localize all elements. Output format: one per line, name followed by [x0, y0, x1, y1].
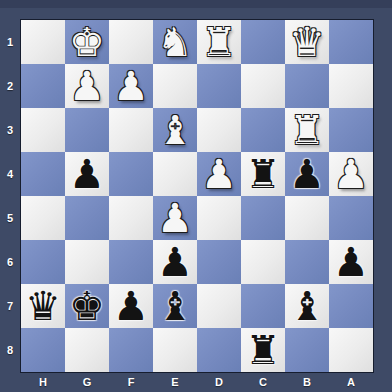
piece-white-pawn[interactable]: ♟: [69, 64, 105, 108]
piece-black-pawn[interactable]: ♟: [289, 152, 325, 196]
square-d5[interactable]: [197, 196, 241, 240]
piece-white-rook[interactable]: ♜: [289, 108, 325, 152]
piece-black-bishop[interactable]: ♝: [289, 284, 325, 328]
square-h5[interactable]: [21, 196, 65, 240]
square-c3[interactable]: [241, 108, 285, 152]
piece-black-pawn[interactable]: ♟: [69, 152, 105, 196]
square-e7[interactable]: ♝: [153, 284, 197, 328]
rank-label-7: 7: [7, 300, 13, 312]
square-g8[interactable]: [65, 328, 109, 372]
file-label-a: A: [347, 376, 355, 388]
square-a4[interactable]: ♟: [329, 152, 373, 196]
square-d7[interactable]: [197, 284, 241, 328]
square-c2[interactable]: [241, 64, 285, 108]
square-a3[interactable]: [329, 108, 373, 152]
file-label-h: H: [39, 376, 47, 388]
square-c4[interactable]: ♜: [241, 152, 285, 196]
window-top-edge: [0, 0, 392, 8]
piece-black-king[interactable]: ♚: [69, 284, 105, 328]
piece-white-pawn[interactable]: ♟: [113, 64, 149, 108]
piece-white-pawn[interactable]: ♟: [201, 152, 237, 196]
square-a1[interactable]: [329, 20, 373, 64]
piece-white-pawn[interactable]: ♟: [157, 196, 193, 240]
square-e2[interactable]: [153, 64, 197, 108]
file-label-g: G: [83, 376, 92, 388]
square-e1[interactable]: ♞: [153, 20, 197, 64]
square-g6[interactable]: [65, 240, 109, 284]
chess-board: ♚♞♜♛♟♟♝♜♟♟♜♟♟♟♟♟♛♚♟♝♝♜: [20, 19, 374, 373]
square-b3[interactable]: ♜: [285, 108, 329, 152]
piece-white-knight[interactable]: ♞: [157, 20, 193, 64]
piece-black-rook[interactable]: ♜: [245, 152, 281, 196]
square-h3[interactable]: [21, 108, 65, 152]
square-g4[interactable]: ♟: [65, 152, 109, 196]
square-f1[interactable]: [109, 20, 153, 64]
square-f8[interactable]: [109, 328, 153, 372]
square-b7[interactable]: ♝: [285, 284, 329, 328]
rank-label-3: 3: [7, 124, 13, 136]
square-b2[interactable]: [285, 64, 329, 108]
square-e3[interactable]: ♝: [153, 108, 197, 152]
square-f3[interactable]: [109, 108, 153, 152]
square-c6[interactable]: [241, 240, 285, 284]
square-h7[interactable]: ♛: [21, 284, 65, 328]
rank-label-6: 6: [7, 256, 13, 268]
piece-black-rook[interactable]: ♜: [245, 328, 281, 372]
square-a7[interactable]: [329, 284, 373, 328]
square-d2[interactable]: [197, 64, 241, 108]
file-label-e: E: [171, 376, 178, 388]
square-b6[interactable]: [285, 240, 329, 284]
square-h2[interactable]: [21, 64, 65, 108]
piece-white-rook[interactable]: ♜: [201, 20, 237, 64]
square-c8[interactable]: ♜: [241, 328, 285, 372]
square-b5[interactable]: [285, 196, 329, 240]
square-f7[interactable]: ♟: [109, 284, 153, 328]
piece-black-queen[interactable]: ♛: [25, 284, 61, 328]
square-d8[interactable]: [197, 328, 241, 372]
rank-label-1: 1: [7, 36, 13, 48]
square-h4[interactable]: [21, 152, 65, 196]
rank-label-5: 5: [7, 212, 13, 224]
square-f2[interactable]: ♟: [109, 64, 153, 108]
file-label-d: D: [215, 376, 223, 388]
square-f4[interactable]: [109, 152, 153, 196]
piece-white-pawn[interactable]: ♟: [333, 152, 369, 196]
file-label-b: B: [303, 376, 311, 388]
square-c7[interactable]: [241, 284, 285, 328]
square-e8[interactable]: [153, 328, 197, 372]
square-g7[interactable]: ♚: [65, 284, 109, 328]
square-g3[interactable]: [65, 108, 109, 152]
piece-white-bishop[interactable]: ♝: [157, 108, 193, 152]
square-c1[interactable]: [241, 20, 285, 64]
square-b4[interactable]: ♟: [285, 152, 329, 196]
file-label-f: F: [128, 376, 135, 388]
square-a8[interactable]: [329, 328, 373, 372]
square-g1[interactable]: ♚: [65, 20, 109, 64]
chess-app: 12345678 ♚♞♜♛♟♟♝♜♟♟♜♟♟♟♟♟♛♚♟♝♝♜ HGFEDCBA: [0, 0, 392, 392]
square-e6[interactable]: ♟: [153, 240, 197, 284]
rank-label-8: 8: [7, 344, 13, 356]
square-d3[interactable]: [197, 108, 241, 152]
rank-labels-gutter: 12345678: [0, 20, 20, 372]
square-h8[interactable]: [21, 328, 65, 372]
square-a5[interactable]: [329, 196, 373, 240]
square-d1[interactable]: ♜: [197, 20, 241, 64]
square-h1[interactable]: [21, 20, 65, 64]
piece-black-pawn[interactable]: ♟: [333, 240, 369, 284]
square-e5[interactable]: ♟: [153, 196, 197, 240]
piece-white-queen[interactable]: ♛: [289, 20, 325, 64]
square-d4[interactable]: ♟: [197, 152, 241, 196]
square-b1[interactable]: ♛: [285, 20, 329, 64]
file-labels-gutter: HGFEDCBA: [21, 372, 373, 392]
square-g2[interactable]: ♟: [65, 64, 109, 108]
square-a2[interactable]: [329, 64, 373, 108]
square-d6[interactable]: [197, 240, 241, 284]
file-label-c: C: [259, 376, 267, 388]
piece-black-pawn[interactable]: ♟: [113, 284, 149, 328]
square-f5[interactable]: [109, 196, 153, 240]
piece-black-bishop[interactable]: ♝: [157, 284, 193, 328]
rank-label-2: 2: [7, 80, 13, 92]
square-c5[interactable]: [241, 196, 285, 240]
square-b8[interactable]: [285, 328, 329, 372]
rank-label-4: 4: [7, 168, 13, 180]
square-g5[interactable]: [65, 196, 109, 240]
piece-black-pawn[interactable]: ♟: [157, 240, 193, 284]
square-a6[interactable]: ♟: [329, 240, 373, 284]
square-h6[interactable]: [21, 240, 65, 284]
square-e4[interactable]: [153, 152, 197, 196]
square-f6[interactable]: [109, 240, 153, 284]
piece-white-king[interactable]: ♚: [69, 20, 105, 64]
